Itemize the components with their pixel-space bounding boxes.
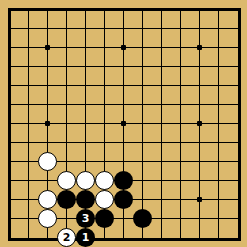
go-board: 321 xyxy=(0,0,247,247)
point-c0-r2[interactable] xyxy=(0,38,19,57)
white-stone xyxy=(38,209,57,228)
point-c7-r6[interactable] xyxy=(133,114,152,133)
point-c6-r10[interactable] xyxy=(114,190,133,209)
point-c10-r1[interactable] xyxy=(190,19,209,38)
point-c2-r12[interactable] xyxy=(38,228,57,247)
point-c6-r0[interactable] xyxy=(114,0,133,19)
point-c1-r9[interactable] xyxy=(19,171,38,190)
point-c4-r7[interactable] xyxy=(76,133,95,152)
star-point xyxy=(121,45,126,50)
point-c4-r0[interactable] xyxy=(76,0,95,19)
point-c4-r2[interactable] xyxy=(76,38,95,57)
point-c6-r12[interactable] xyxy=(114,228,133,247)
point-c5-r11[interactable] xyxy=(95,209,114,228)
white-stone xyxy=(38,190,57,209)
star-point xyxy=(45,45,50,50)
point-c1-r10[interactable] xyxy=(19,190,38,209)
point-c3-r8[interactable] xyxy=(57,152,76,171)
star-point xyxy=(121,121,126,126)
point-c1-r3[interactable] xyxy=(19,57,38,76)
white-stone xyxy=(95,190,114,209)
black-stone: 3 xyxy=(76,209,95,228)
star-point xyxy=(197,45,202,50)
point-c9-r4[interactable] xyxy=(171,76,190,95)
point-c8-r10[interactable] xyxy=(152,190,171,209)
point-c0-r6[interactable] xyxy=(0,114,19,133)
point-c7-r9[interactable] xyxy=(133,171,152,190)
point-c8-r0[interactable] xyxy=(152,0,171,19)
point-c2-r4[interactable] xyxy=(38,76,57,95)
point-c12-r8[interactable] xyxy=(228,152,247,171)
point-c0-r4[interactable] xyxy=(0,76,19,95)
white-stone xyxy=(38,152,57,171)
black-stone: 1 xyxy=(76,228,95,247)
point-c10-r12[interactable] xyxy=(190,228,209,247)
point-c5-r2[interactable] xyxy=(95,38,114,57)
point-c4-r4[interactable] xyxy=(76,76,95,95)
point-c4-r5[interactable] xyxy=(76,95,95,114)
point-c3-r7[interactable] xyxy=(57,133,76,152)
point-c10-r4[interactable] xyxy=(190,76,209,95)
point-c1-r7[interactable] xyxy=(19,133,38,152)
black-stone xyxy=(95,209,114,228)
point-c7-r10[interactable] xyxy=(133,190,152,209)
point-c6-r11[interactable] xyxy=(114,209,133,228)
black-stone xyxy=(76,190,95,209)
point-c1-r0[interactable] xyxy=(19,0,38,19)
point-c6-r8[interactable] xyxy=(114,152,133,171)
point-c5-r3[interactable] xyxy=(95,57,114,76)
move-number-label: 3 xyxy=(82,213,90,224)
point-c10-r3[interactable] xyxy=(190,57,209,76)
point-c10-r2[interactable] xyxy=(190,38,209,57)
point-c10-r7[interactable] xyxy=(190,133,209,152)
point-c3-r12[interactable]: 2 xyxy=(57,228,76,247)
point-c7-r1[interactable] xyxy=(133,19,152,38)
point-c9-r11[interactable] xyxy=(171,209,190,228)
point-c10-r11[interactable] xyxy=(190,209,209,228)
point-c12-r2[interactable] xyxy=(228,38,247,57)
point-c1-r2[interactable] xyxy=(19,38,38,57)
point-c7-r2[interactable] xyxy=(133,38,152,57)
point-c6-r7[interactable] xyxy=(114,133,133,152)
black-stone xyxy=(114,171,133,190)
point-c12-r3[interactable] xyxy=(228,57,247,76)
point-c11-r11[interactable] xyxy=(209,209,228,228)
point-c11-r12[interactable] xyxy=(209,228,228,247)
point-c1-r1[interactable] xyxy=(19,19,38,38)
go-diagram: 321 xyxy=(0,0,247,247)
point-c3-r11[interactable] xyxy=(57,209,76,228)
point-c12-r7[interactable] xyxy=(228,133,247,152)
black-stone xyxy=(57,190,76,209)
point-c9-r10[interactable] xyxy=(171,190,190,209)
move-number-label: 2 xyxy=(63,232,71,243)
point-c2-r11[interactable] xyxy=(38,209,57,228)
black-stone xyxy=(133,209,152,228)
point-c11-r3[interactable] xyxy=(209,57,228,76)
board-grid: 321 xyxy=(0,0,247,247)
point-c10-r10[interactable] xyxy=(190,190,209,209)
point-c8-r11[interactable] xyxy=(152,209,171,228)
point-c11-r1[interactable] xyxy=(209,19,228,38)
point-c9-r6[interactable] xyxy=(171,114,190,133)
point-c7-r5[interactable] xyxy=(133,95,152,114)
point-c4-r12[interactable]: 1 xyxy=(76,228,95,247)
point-c4-r1[interactable] xyxy=(76,19,95,38)
point-c0-r8[interactable] xyxy=(0,152,19,171)
point-c9-r12[interactable] xyxy=(171,228,190,247)
point-c1-r6[interactable] xyxy=(19,114,38,133)
point-c0-r10[interactable] xyxy=(0,190,19,209)
point-c3-r6[interactable] xyxy=(57,114,76,133)
point-c11-r10[interactable] xyxy=(209,190,228,209)
point-c8-r4[interactable] xyxy=(152,76,171,95)
point-c3-r4[interactable] xyxy=(57,76,76,95)
point-c9-r9[interactable] xyxy=(171,171,190,190)
white-stone xyxy=(76,171,95,190)
point-c0-r9[interactable] xyxy=(0,171,19,190)
point-c7-r7[interactable] xyxy=(133,133,152,152)
point-c2-r5[interactable] xyxy=(38,95,57,114)
point-c2-r0[interactable] xyxy=(38,0,57,19)
point-c4-r10[interactable] xyxy=(76,190,95,209)
point-c2-r9[interactable] xyxy=(38,171,57,190)
point-c5-r0[interactable] xyxy=(95,0,114,19)
point-c3-r2[interactable] xyxy=(57,38,76,57)
point-c5-r9[interactable] xyxy=(95,171,114,190)
point-c12-r6[interactable] xyxy=(228,114,247,133)
point-c9-r3[interactable] xyxy=(171,57,190,76)
point-c5-r5[interactable] xyxy=(95,95,114,114)
point-c6-r5[interactable] xyxy=(114,95,133,114)
point-c3-r0[interactable] xyxy=(57,0,76,19)
point-c8-r6[interactable] xyxy=(152,114,171,133)
point-c10-r5[interactable] xyxy=(190,95,209,114)
point-c6-r1[interactable] xyxy=(114,19,133,38)
star-point xyxy=(197,121,202,126)
point-c12-r10[interactable] xyxy=(228,190,247,209)
point-c4-r11[interactable]: 3 xyxy=(76,209,95,228)
point-c10-r0[interactable] xyxy=(190,0,209,19)
point-c1-r5[interactable] xyxy=(19,95,38,114)
point-c10-r6[interactable] xyxy=(190,114,209,133)
move-number-label: 1 xyxy=(82,232,90,243)
point-c2-r2[interactable] xyxy=(38,38,57,57)
point-c5-r1[interactable] xyxy=(95,19,114,38)
point-c5-r8[interactable] xyxy=(95,152,114,171)
point-c2-r8[interactable] xyxy=(38,152,57,171)
point-c8-r5[interactable] xyxy=(152,95,171,114)
point-c7-r11[interactable] xyxy=(133,209,152,228)
point-c0-r11[interactable] xyxy=(0,209,19,228)
point-c2-r1[interactable] xyxy=(38,19,57,38)
point-c4-r9[interactable] xyxy=(76,171,95,190)
point-c5-r10[interactable] xyxy=(95,190,114,209)
point-c8-r12[interactable] xyxy=(152,228,171,247)
point-c1-r8[interactable] xyxy=(19,152,38,171)
point-c3-r5[interactable] xyxy=(57,95,76,114)
point-c10-r8[interactable] xyxy=(190,152,209,171)
point-c12-r11[interactable] xyxy=(228,209,247,228)
point-c0-r1[interactable] xyxy=(0,19,19,38)
point-c5-r7[interactable] xyxy=(95,133,114,152)
point-c9-r5[interactable] xyxy=(171,95,190,114)
point-c2-r3[interactable] xyxy=(38,57,57,76)
point-c3-r1[interactable] xyxy=(57,19,76,38)
point-c5-r6[interactable] xyxy=(95,114,114,133)
star-point xyxy=(197,197,202,202)
point-c12-r5[interactable] xyxy=(228,95,247,114)
black-stone xyxy=(114,190,133,209)
star-point xyxy=(45,121,50,126)
point-c0-r3[interactable] xyxy=(0,57,19,76)
point-c3-r10[interactable] xyxy=(57,190,76,209)
point-c6-r6[interactable] xyxy=(114,114,133,133)
point-c9-r8[interactable] xyxy=(171,152,190,171)
point-c0-r7[interactable] xyxy=(0,133,19,152)
point-c6-r3[interactable] xyxy=(114,57,133,76)
point-c12-r9[interactable] xyxy=(228,171,247,190)
point-c8-r8[interactable] xyxy=(152,152,171,171)
point-c12-r4[interactable] xyxy=(228,76,247,95)
point-c2-r7[interactable] xyxy=(38,133,57,152)
point-c7-r12[interactable] xyxy=(133,228,152,247)
point-c12-r0[interactable] xyxy=(228,0,247,19)
point-c6-r2[interactable] xyxy=(114,38,133,57)
point-c1-r4[interactable] xyxy=(19,76,38,95)
point-c6-r9[interactable] xyxy=(114,171,133,190)
point-c5-r12[interactable] xyxy=(95,228,114,247)
point-c8-r1[interactable] xyxy=(152,19,171,38)
point-c7-r0[interactable] xyxy=(133,0,152,19)
point-c9-r2[interactable] xyxy=(171,38,190,57)
point-c2-r10[interactable] xyxy=(38,190,57,209)
point-c2-r6[interactable] xyxy=(38,114,57,133)
point-c9-r0[interactable] xyxy=(171,0,190,19)
point-c4-r8[interactable] xyxy=(76,152,95,171)
point-c0-r12[interactable] xyxy=(0,228,19,247)
point-c8-r9[interactable] xyxy=(152,171,171,190)
point-c12-r1[interactable] xyxy=(228,19,247,38)
point-c11-r2[interactable] xyxy=(209,38,228,57)
point-c1-r11[interactable] xyxy=(19,209,38,228)
point-c11-r0[interactable] xyxy=(209,0,228,19)
point-c0-r5[interactable] xyxy=(0,95,19,114)
point-c11-r4[interactable] xyxy=(209,76,228,95)
point-c7-r3[interactable] xyxy=(133,57,152,76)
point-c4-r3[interactable] xyxy=(76,57,95,76)
point-c10-r9[interactable] xyxy=(190,171,209,190)
point-c4-r6[interactable] xyxy=(76,114,95,133)
point-c5-r4[interactable] xyxy=(95,76,114,95)
point-c1-r12[interactable] xyxy=(19,228,38,247)
point-c3-r9[interactable] xyxy=(57,171,76,190)
point-c11-r7[interactable] xyxy=(209,133,228,152)
point-c3-r3[interactable] xyxy=(57,57,76,76)
point-c7-r4[interactable] xyxy=(133,76,152,95)
point-c9-r1[interactable] xyxy=(171,19,190,38)
point-c6-r4[interactable] xyxy=(114,76,133,95)
point-c12-r12[interactable] xyxy=(228,228,247,247)
point-c11-r5[interactable] xyxy=(209,95,228,114)
point-c0-r0[interactable] xyxy=(0,0,19,19)
point-c11-r6[interactable] xyxy=(209,114,228,133)
white-stone xyxy=(57,171,76,190)
point-c8-r7[interactable] xyxy=(152,133,171,152)
point-c8-r3[interactable] xyxy=(152,57,171,76)
point-c11-r8[interactable] xyxy=(209,152,228,171)
point-c11-r9[interactable] xyxy=(209,171,228,190)
white-stone: 2 xyxy=(57,228,76,247)
white-stone xyxy=(95,171,114,190)
point-c8-r2[interactable] xyxy=(152,38,171,57)
point-c7-r8[interactable] xyxy=(133,152,152,171)
point-c9-r7[interactable] xyxy=(171,133,190,152)
